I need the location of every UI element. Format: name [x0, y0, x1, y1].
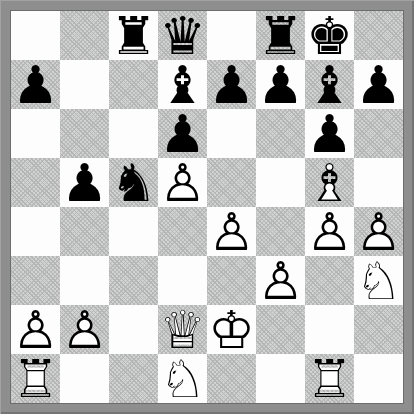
square-e7[interactable]: ♟	[207, 60, 256, 109]
square-b8[interactable]	[60, 11, 109, 60]
black-piece-fill: ♜	[110, 11, 157, 60]
square-c7[interactable]	[109, 60, 158, 109]
white-piece-fill: ♟	[61, 305, 108, 354]
square-d7[interactable]: ♝	[158, 60, 207, 109]
white-piece-fill: ♞	[355, 256, 402, 305]
square-b5[interactable]: ♟	[60, 158, 109, 207]
black-piece-fill: ♝	[306, 60, 353, 109]
square-a2[interactable]: ♟♙	[11, 305, 60, 354]
white-piece-fill: ♟	[208, 207, 255, 256]
square-f5[interactable]	[256, 158, 305, 207]
square-h3[interactable]: ♞♘	[354, 256, 403, 305]
square-a7[interactable]: ♟	[11, 60, 60, 109]
square-e3[interactable]	[207, 256, 256, 305]
black-piece-fill: ♟	[355, 60, 402, 109]
black-rook-piece: ♜	[109, 11, 158, 60]
white-piece-fill: ♛	[159, 305, 206, 354]
white-piece-fill: ♟	[306, 207, 353, 256]
white-piece-fill: ♝	[306, 158, 353, 207]
square-c2[interactable]	[109, 305, 158, 354]
black-piece-fill: ♟	[61, 158, 108, 207]
square-d1[interactable]: ♞♘	[158, 354, 207, 403]
square-g1[interactable]: ♜♖	[305, 354, 354, 403]
black-pawn-piece: ♟	[11, 60, 60, 109]
white-pawn-piece: ♟♙	[256, 256, 305, 305]
square-f8[interactable]: ♜	[256, 11, 305, 60]
chess-board: ♜♛♜♚♟♝♟♟♝♟♟♟♟♞♟♙♝♗♟♙♟♙♟♙♟♙♞♘♟♙♟♙♛♕♚♔♜♖♞♘…	[10, 10, 404, 404]
square-e4[interactable]: ♟♙	[207, 207, 256, 256]
white-piece-outline: ♘	[159, 354, 206, 403]
white-king-piece: ♚♔	[207, 305, 256, 354]
white-pawn-piece: ♟♙	[354, 207, 403, 256]
white-pawn-piece: ♟♙	[158, 158, 207, 207]
black-piece-fill: ♞	[110, 158, 157, 207]
square-h5[interactable]	[354, 158, 403, 207]
black-pawn-piece: ♟	[305, 109, 354, 158]
black-piece-fill: ♜	[257, 11, 304, 60]
white-piece-fill: ♜	[306, 354, 353, 403]
square-c4[interactable]	[109, 207, 158, 256]
square-b7[interactable]	[60, 60, 109, 109]
black-pawn-piece: ♟	[60, 158, 109, 207]
white-piece-outline: ♖	[12, 354, 59, 403]
white-knight-piece: ♞♘	[158, 354, 207, 403]
black-piece-fill: ♟	[208, 60, 255, 109]
square-d3[interactable]	[158, 256, 207, 305]
square-a3[interactable]	[11, 256, 60, 305]
chess-diagram: ♜♛♜♚♟♝♟♟♝♟♟♟♟♞♟♙♝♗♟♙♟♙♟♙♟♙♞♘♟♙♟♙♛♕♚♔♜♖♞♘…	[0, 0, 414, 414]
black-pawn-piece: ♟	[354, 60, 403, 109]
white-rook-piece: ♜♖	[305, 354, 354, 403]
white-bishop-piece: ♝♗	[305, 158, 354, 207]
square-g5[interactable]: ♝♗	[305, 158, 354, 207]
square-f2[interactable]	[256, 305, 305, 354]
square-g3[interactable]	[305, 256, 354, 305]
square-h7[interactable]: ♟	[354, 60, 403, 109]
black-piece-fill: ♚	[306, 11, 353, 60]
white-piece-fill: ♟	[257, 256, 304, 305]
white-knight-piece: ♞♘	[354, 256, 403, 305]
white-rook-piece: ♜♖	[11, 354, 60, 403]
square-d6[interactable]: ♟	[158, 109, 207, 158]
white-pawn-piece: ♟♙	[207, 207, 256, 256]
white-piece-outline: ♙	[257, 256, 304, 305]
square-h4[interactable]: ♟♙	[354, 207, 403, 256]
square-e1[interactable]	[207, 354, 256, 403]
square-e6[interactable]	[207, 109, 256, 158]
white-piece-outline: ♙	[208, 207, 255, 256]
black-piece-fill: ♟	[257, 60, 304, 109]
white-piece-outline: ♙	[61, 305, 108, 354]
square-b1[interactable]	[60, 354, 109, 403]
black-bishop-piece: ♝	[305, 60, 354, 109]
white-piece-outline: ♗	[306, 158, 353, 207]
black-pawn-piece: ♟	[158, 109, 207, 158]
black-piece-fill: ♟	[12, 60, 59, 109]
white-pawn-piece: ♟♙	[305, 207, 354, 256]
white-queen-piece: ♛♕	[158, 305, 207, 354]
black-knight-piece: ♞	[109, 158, 158, 207]
square-g4[interactable]: ♟♙	[305, 207, 354, 256]
square-f4[interactable]	[256, 207, 305, 256]
square-h2[interactable]	[354, 305, 403, 354]
white-piece-outline: ♘	[355, 256, 402, 305]
square-c1[interactable]	[109, 354, 158, 403]
square-a5[interactable]	[11, 158, 60, 207]
square-c6[interactable]	[109, 109, 158, 158]
square-d2[interactable]: ♛♕	[158, 305, 207, 354]
square-a6[interactable]	[11, 109, 60, 158]
white-piece-fill: ♟	[355, 207, 402, 256]
square-a4[interactable]	[11, 207, 60, 256]
white-piece-fill: ♚	[208, 305, 255, 354]
black-pawn-piece: ♟	[256, 60, 305, 109]
black-pawn-piece: ♟	[207, 60, 256, 109]
square-g8[interactable]: ♚	[305, 11, 354, 60]
white-piece-outline: ♙	[12, 305, 59, 354]
black-piece-fill: ♟	[306, 109, 353, 158]
white-piece-fill: ♜	[12, 354, 59, 403]
square-c5[interactable]: ♞	[109, 158, 158, 207]
white-pawn-piece: ♟♙	[11, 305, 60, 354]
black-queen-piece: ♛	[158, 11, 207, 60]
square-g2[interactable]	[305, 305, 354, 354]
square-a1[interactable]: ♜♖	[11, 354, 60, 403]
white-piece-fill: ♟	[159, 158, 206, 207]
square-d8[interactable]: ♛	[158, 11, 207, 60]
square-h8[interactable]	[354, 11, 403, 60]
square-c3[interactable]	[109, 256, 158, 305]
square-b6[interactable]	[60, 109, 109, 158]
square-b4[interactable]	[60, 207, 109, 256]
black-piece-fill: ♛	[159, 11, 206, 60]
white-piece-outline: ♖	[306, 354, 353, 403]
white-piece-outline: ♙	[306, 207, 353, 256]
square-f3[interactable]: ♟♙	[256, 256, 305, 305]
square-h6[interactable]	[354, 109, 403, 158]
black-piece-fill: ♝	[159, 60, 206, 109]
square-e5[interactable]	[207, 158, 256, 207]
square-d5[interactable]: ♟♙	[158, 158, 207, 207]
black-bishop-piece: ♝	[158, 60, 207, 109]
square-e8[interactable]	[207, 11, 256, 60]
square-b2[interactable]: ♟♙	[60, 305, 109, 354]
white-piece-outline: ♙	[355, 207, 402, 256]
square-f7[interactable]: ♟	[256, 60, 305, 109]
black-king-piece: ♚	[305, 11, 354, 60]
square-f1[interactable]	[256, 354, 305, 403]
square-f6[interactable]	[256, 109, 305, 158]
square-e2[interactable]: ♚♔	[207, 305, 256, 354]
white-piece-outline: ♙	[159, 158, 206, 207]
white-pawn-piece: ♟♙	[60, 305, 109, 354]
black-piece-fill: ♟	[159, 109, 206, 158]
white-piece-outline: ♕	[159, 305, 206, 354]
square-a8[interactable]	[11, 11, 60, 60]
square-d4[interactable]	[158, 207, 207, 256]
white-piece-fill: ♟	[12, 305, 59, 354]
white-piece-outline: ♔	[208, 305, 255, 354]
square-g6[interactable]: ♟	[305, 109, 354, 158]
black-rook-piece: ♜	[256, 11, 305, 60]
square-h1[interactable]	[354, 354, 403, 403]
board-frame: ♜♛♜♚♟♝♟♟♝♟♟♟♟♞♟♙♝♗♟♙♟♙♟♙♟♙♞♘♟♙♟♙♛♕♚♔♜♖♞♘…	[0, 0, 414, 414]
square-g7[interactable]: ♝	[305, 60, 354, 109]
square-b3[interactable]	[60, 256, 109, 305]
square-c8[interactable]: ♜	[109, 11, 158, 60]
white-piece-fill: ♞	[159, 354, 206, 403]
